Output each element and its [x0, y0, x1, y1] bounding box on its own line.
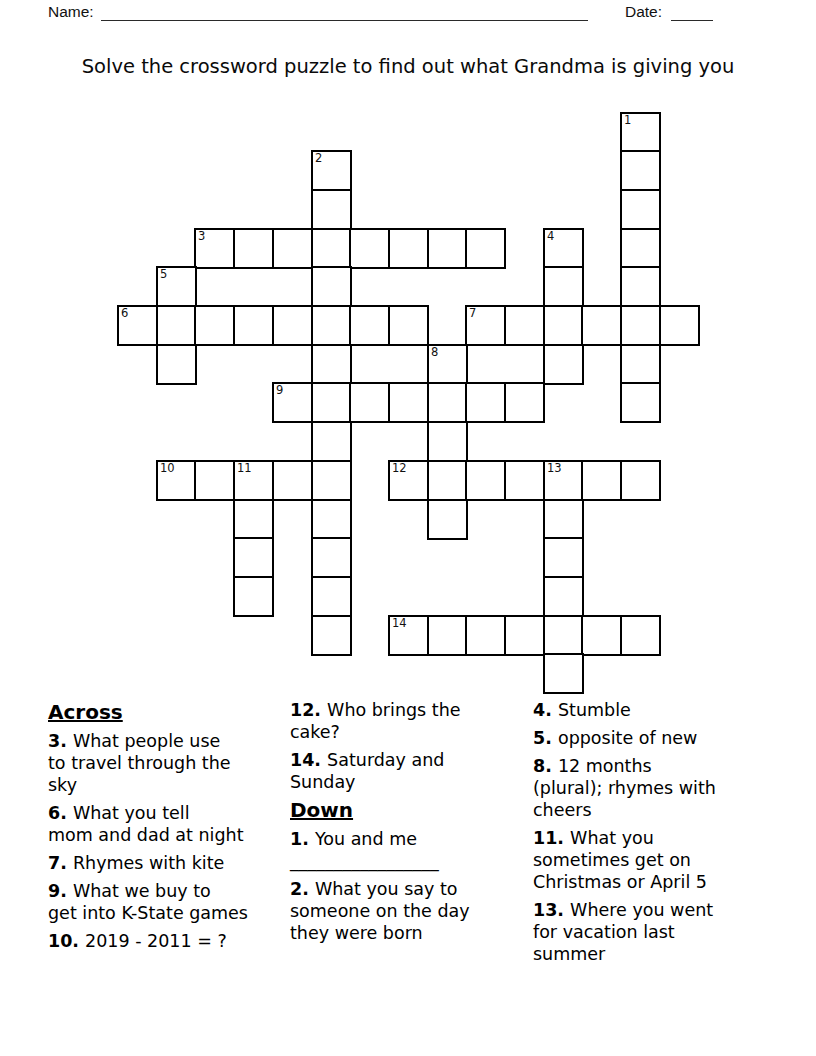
grid-cell-4-3[interactable]	[272, 228, 313, 269]
grid-cell-5-12[interactable]	[311, 576, 352, 617]
grid-cell-11-9[interactable]: 13	[543, 460, 584, 501]
grid-cell-6-3[interactable]	[349, 228, 390, 269]
grid-cell-11-3[interactable]: 4	[543, 228, 584, 269]
clue-column-middle: 12. Who brings the cake?14. Saturday and…	[290, 699, 512, 950]
grid-cell-13-5[interactable]	[620, 305, 661, 346]
grid-cell-5-3[interactable]	[311, 228, 352, 269]
clue-text: What we buy to get into K-State games	[48, 881, 248, 923]
grid-cell-11-6[interactable]	[543, 344, 584, 385]
clue-number-5: 5	[160, 268, 167, 281]
grid-cell-13-0[interactable]: 1	[620, 112, 661, 153]
grid-cell-7-13[interactable]: 14	[388, 615, 429, 656]
grid-cell-5-9[interactable]	[311, 460, 352, 501]
grid-cell-4-7[interactable]: 9	[272, 382, 313, 423]
grid-cell-11-11[interactable]	[543, 537, 584, 578]
grid-cell-1-4[interactable]: 5	[156, 266, 197, 307]
clue-text: opposite of new	[558, 728, 697, 748]
grid-cell-5-7[interactable]	[311, 382, 352, 423]
clue-column-down: 4. Stumble5. opposite of new8. 12 months…	[533, 699, 775, 971]
clue-number-10: 10	[160, 462, 175, 475]
clue-column-across: Across3. What people use to travel throu…	[48, 699, 294, 958]
clue-3: 3. What people use to travel through the…	[48, 730, 294, 796]
clue-text: Stumble	[558, 700, 631, 720]
grid-cell-11-10[interactable]	[543, 499, 584, 540]
grid-cell-9-13[interactable]	[465, 615, 506, 656]
grid-cell-14-5[interactable]	[659, 305, 700, 346]
clue-number-6: 6	[121, 307, 128, 320]
grid-cell-13-1[interactable]	[620, 150, 661, 191]
grid-cell-3-12[interactable]	[233, 576, 274, 617]
clue-12: 12. Who brings the cake?	[290, 699, 512, 743]
grid-cell-13-7[interactable]	[620, 382, 661, 423]
grid-cell-3-9[interactable]: 11	[233, 460, 274, 501]
grid-cell-13-9[interactable]	[620, 460, 661, 501]
clue-text: What you tell mom and dad at night	[48, 803, 244, 845]
clue-number-14: 14	[392, 617, 407, 630]
grid-cell-10-9[interactable]	[504, 460, 545, 501]
clue-number-label: 3.	[48, 731, 73, 751]
clue-number-9: 9	[276, 384, 283, 397]
grid-cell-7-9[interactable]: 12	[388, 460, 429, 501]
grid-cell-5-6[interactable]	[311, 344, 352, 385]
clue-5: 5. opposite of new	[533, 727, 775, 749]
clue-number-label: 9.	[48, 881, 73, 901]
grid-cell-5-5[interactable]	[311, 305, 352, 346]
clue-number-label: 7.	[48, 853, 73, 873]
grid-cell-11-5[interactable]	[543, 305, 584, 346]
clue-number-label: 2.	[290, 879, 315, 899]
grid-cell-3-3[interactable]	[233, 228, 274, 269]
grid-cell-6-7[interactable]	[349, 382, 390, 423]
grid-cell-5-11[interactable]	[311, 537, 352, 578]
grid-cell-8-3[interactable]	[427, 228, 468, 269]
grid-cell-8-7[interactable]	[427, 382, 468, 423]
grid-cell-4-9[interactable]	[272, 460, 313, 501]
grid-cell-5-4[interactable]	[311, 266, 352, 307]
grid-cell-10-5[interactable]	[504, 305, 545, 346]
grid-cell-9-9[interactable]	[465, 460, 506, 501]
grid-cell-9-7[interactable]	[465, 382, 506, 423]
clue-text: Rhymes with kite	[73, 853, 224, 873]
grid-cell-11-13[interactable]	[543, 615, 584, 656]
clue-6: 6. What you tell mom and dad at night	[48, 802, 294, 846]
grid-cell-13-4[interactable]	[620, 266, 661, 307]
grid-cell-11-14[interactable]	[543, 653, 584, 694]
clue-number-label: 6.	[48, 803, 73, 823]
grid-cell-1-5[interactable]	[156, 305, 197, 346]
grid-cell-12-9[interactable]	[581, 460, 622, 501]
clue-number-4: 4	[547, 230, 554, 243]
clue-number-label: 5.	[533, 728, 558, 748]
grid-cell-5-8[interactable]	[311, 421, 352, 462]
grid-cell-3-5[interactable]	[233, 305, 274, 346]
grid-cell-5-13[interactable]	[311, 615, 352, 656]
grid-cell-3-11[interactable]	[233, 537, 274, 578]
clue-14: 14. Saturday and Sunday	[290, 749, 512, 793]
clue-13: 13. Where you went for vacation last sum…	[533, 899, 775, 965]
grid-cell-3-10[interactable]	[233, 499, 274, 540]
clue-number-label: 8.	[533, 756, 558, 776]
grid-cell-6-5[interactable]	[349, 305, 390, 346]
clue-number-7: 7	[469, 307, 476, 320]
grid-cell-7-5[interactable]	[388, 305, 429, 346]
clue-number-label: 1.	[290, 829, 315, 849]
clue-10: 10. 2019 - 2011 = ?	[48, 930, 294, 952]
clue-number-12: 12	[392, 462, 407, 475]
clue-2: 2. What you say to someone on the day th…	[290, 878, 512, 944]
clue-number-3: 3	[198, 230, 205, 243]
grid-cell-5-2[interactable]	[311, 189, 352, 230]
grid-cell-12-13[interactable]	[581, 615, 622, 656]
clue-number-label: 4.	[533, 700, 558, 720]
grid-cell-0-5[interactable]: 6	[117, 305, 158, 346]
clue-number-label: 10.	[48, 931, 85, 951]
worksheet-page: Name: Date: Solve the crossword puzzle t…	[0, 0, 816, 1056]
grid-cell-10-13[interactable]	[504, 615, 545, 656]
grid-cell-5-10[interactable]	[311, 499, 352, 540]
grid-cell-11-12[interactable]	[543, 576, 584, 617]
grid-cell-9-3[interactable]	[465, 228, 506, 269]
grid-cell-11-4[interactable]	[543, 266, 584, 307]
clue-number-label: 13.	[533, 900, 570, 920]
clue-1: 1. You and me _________________	[290, 828, 512, 872]
clue-number-label: 11.	[533, 828, 570, 848]
grid-cell-8-8[interactable]	[427, 421, 468, 462]
clue-4: 4. Stumble	[533, 699, 775, 721]
clue-number-2: 2	[315, 152, 322, 165]
clue-number-label: 14.	[290, 750, 327, 770]
grid-cell-13-3[interactable]	[620, 228, 661, 269]
grid-cell-13-6[interactable]	[620, 344, 661, 385]
clue-list-header-across: Across	[48, 701, 294, 723]
clue-9: 9. What we buy to get into K-State games	[48, 880, 294, 924]
clue-text: What you say to someone on the day they …	[290, 879, 470, 943]
clue-number-8: 8	[431, 346, 438, 359]
grid-cell-7-3[interactable]	[388, 228, 429, 269]
grid-cell-8-9[interactable]	[427, 460, 468, 501]
grid-cell-5-1[interactable]: 2	[311, 150, 352, 191]
clue-text: 2019 - 2011 = ?	[85, 931, 227, 951]
grid-cell-2-3[interactable]: 3	[194, 228, 235, 269]
clue-number-label: 12.	[290, 700, 327, 720]
clue-text: What people use to travel through the sk…	[48, 731, 231, 795]
clue-number-11: 11	[237, 462, 252, 475]
grid-cell-4-5[interactable]	[272, 305, 313, 346]
grid-cell-9-5[interactable]: 7	[465, 305, 506, 346]
grid-cell-8-13[interactable]	[427, 615, 468, 656]
grid-cell-1-6[interactable]	[156, 344, 197, 385]
grid-cell-2-9[interactable]	[194, 460, 235, 501]
clue-11: 11. What you sometimes get on Christmas …	[533, 827, 775, 893]
clue-text: 12 months (plural); rhymes with cheers	[533, 756, 716, 820]
grid-cell-8-6[interactable]: 8	[427, 344, 468, 385]
grid-cell-13-13[interactable]	[620, 615, 661, 656]
grid-cell-1-9[interactable]: 10	[156, 460, 197, 501]
grid-cell-13-2[interactable]	[620, 189, 661, 230]
clue-number-13: 13	[547, 462, 562, 475]
grid-cell-7-7[interactable]	[388, 382, 429, 423]
grid-cell-10-7[interactable]	[504, 382, 545, 423]
clue-number-1: 1	[624, 114, 631, 127]
grid-cell-12-5[interactable]	[581, 305, 622, 346]
clue-7: 7. Rhymes with kite	[48, 852, 294, 874]
grid-cell-2-5[interactable]	[194, 305, 235, 346]
grid-cell-8-10[interactable]	[427, 499, 468, 540]
clue-list-header-down: Down	[290, 799, 512, 821]
clue-8: 8. 12 months (plural); rhymes with cheer…	[533, 755, 775, 821]
